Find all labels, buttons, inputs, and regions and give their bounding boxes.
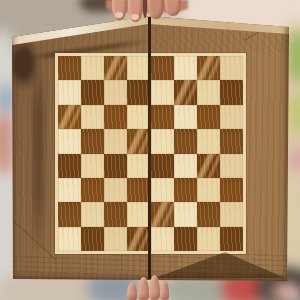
- square-b3: [81, 178, 104, 202]
- square-c6: [104, 105, 127, 129]
- square-h7: [220, 80, 243, 104]
- square-h5: [220, 129, 243, 153]
- square-h4: [220, 154, 243, 178]
- square-e5: [151, 129, 174, 153]
- square-g6: [197, 105, 220, 129]
- square-b1: [81, 227, 104, 251]
- square-b2: [81, 202, 104, 226]
- square-f1: [174, 227, 197, 251]
- folding-hinge-seam: [148, 17, 151, 279]
- square-c8: [104, 56, 127, 80]
- square-h3: [220, 178, 243, 202]
- square-e7: [151, 80, 174, 104]
- square-e8: [151, 56, 174, 80]
- square-h8: [220, 56, 243, 80]
- square-a6: [58, 105, 81, 129]
- finger-gap-shadow: [143, 0, 147, 18]
- square-f8: [174, 56, 197, 80]
- fingernail-1: [115, 12, 123, 18]
- square-g4: [197, 154, 220, 178]
- square-g1: [197, 227, 220, 251]
- square-c2: [104, 202, 127, 226]
- square-c4: [104, 154, 127, 178]
- square-b4: [81, 154, 104, 178]
- square-c5: [104, 129, 127, 153]
- wood-knot-top-left: [11, 42, 39, 90]
- bottom-hand-finger-4: [160, 280, 169, 300]
- square-e4: [151, 154, 174, 178]
- background-white-spot: [286, 290, 300, 300]
- square-f7: [174, 80, 197, 104]
- square-f6: [174, 105, 197, 129]
- square-c7: [104, 80, 127, 104]
- chessboard: [11, 14, 290, 282]
- background-pink-object-left: [0, 112, 12, 174]
- square-f4: [174, 154, 197, 178]
- background-blue-object: [0, 84, 13, 114]
- background-green-object: [290, 30, 300, 82]
- square-a2: [58, 202, 81, 226]
- bottom-hand-finger-2: [138, 277, 149, 300]
- square-a7: [58, 80, 81, 104]
- square-e2: [151, 202, 174, 226]
- square-a4: [58, 154, 81, 178]
- square-c3: [104, 178, 127, 202]
- square-g3: [197, 178, 220, 202]
- square-g2: [197, 202, 220, 226]
- square-a5: [58, 129, 81, 153]
- fingernail-2: [131, 14, 139, 20]
- square-f2: [174, 202, 197, 226]
- square-b8: [81, 56, 104, 80]
- square-b5: [81, 129, 104, 153]
- square-a8: [58, 56, 81, 80]
- square-f3: [174, 178, 197, 202]
- square-a1: [58, 227, 81, 251]
- square-h6: [220, 105, 243, 129]
- square-b6: [81, 105, 104, 129]
- top-hand-finger-3: [148, 0, 164, 19]
- square-f5: [174, 129, 197, 153]
- square-e6: [151, 105, 174, 129]
- background-pink-object-right: [291, 148, 300, 170]
- square-g7: [197, 80, 220, 104]
- top-hand: [104, 0, 190, 24]
- photo-scene: [0, 0, 300, 300]
- square-e3: [151, 178, 174, 202]
- square-a3: [58, 178, 81, 202]
- square-h2: [220, 202, 243, 226]
- square-g5: [197, 129, 220, 153]
- bottom-hand-finger-1: [127, 282, 137, 300]
- top-hand-finger-4: [165, 0, 181, 16]
- square-h1: [220, 227, 243, 251]
- square-c1: [104, 227, 127, 251]
- square-g8: [197, 56, 220, 80]
- square-b7: [81, 80, 104, 104]
- square-e1: [151, 227, 174, 251]
- background-green-object-2: [292, 92, 300, 134]
